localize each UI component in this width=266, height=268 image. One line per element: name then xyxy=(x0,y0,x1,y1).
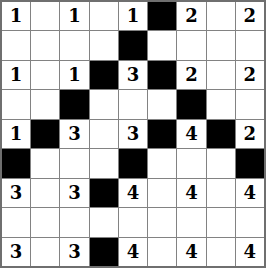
empty-cell-r8c7[interactable] xyxy=(177,208,205,236)
empty-cell-r8c9[interactable] xyxy=(236,208,264,236)
empty-cell-r4c5[interactable] xyxy=(119,90,147,118)
empty-cell-r9c2[interactable] xyxy=(31,238,59,266)
empty-cell-r4c2[interactable] xyxy=(31,90,59,118)
black-cell-r3c4[interactable] xyxy=(90,61,118,89)
clue-cell-r5c7[interactable]: 4 xyxy=(177,120,205,148)
clue-cell-r9c7[interactable]: 4 xyxy=(177,238,205,266)
black-cell-r5c8[interactable] xyxy=(207,120,235,148)
empty-cell-r8c2[interactable] xyxy=(31,208,59,236)
clue-cell-r1c7[interactable]: 2 xyxy=(177,2,205,30)
clue-cell-r5c3[interactable]: 3 xyxy=(60,120,88,148)
clue-cell-r9c9[interactable]: 4 xyxy=(236,238,264,266)
empty-cell-r1c2[interactable] xyxy=(31,2,59,30)
clue-cell-r5c1[interactable]: 1 xyxy=(2,120,30,148)
black-cell-r4c3[interactable] xyxy=(60,90,88,118)
empty-cell-r8c5[interactable] xyxy=(119,208,147,236)
empty-cell-r3c8[interactable] xyxy=(207,61,235,89)
clue-cell-r3c9[interactable]: 2 xyxy=(236,61,264,89)
empty-cell-r2c9[interactable] xyxy=(236,31,264,59)
clue-cell-r1c9[interactable]: 2 xyxy=(236,2,264,30)
empty-cell-r6c3[interactable] xyxy=(60,149,88,177)
empty-cell-r4c9[interactable] xyxy=(236,90,264,118)
clue-cell-r9c5[interactable]: 4 xyxy=(119,238,147,266)
empty-cell-r7c6[interactable] xyxy=(148,179,176,207)
clue-cell-r7c7[interactable]: 4 xyxy=(177,179,205,207)
empty-cell-r2c1[interactable] xyxy=(2,31,30,59)
empty-cell-r2c3[interactable] xyxy=(60,31,88,59)
empty-cell-r8c1[interactable] xyxy=(2,208,30,236)
black-cell-r1c6[interactable] xyxy=(148,2,176,30)
clue-cell-r1c1[interactable]: 1 xyxy=(2,2,30,30)
empty-cell-r4c8[interactable] xyxy=(207,90,235,118)
black-cell-r6c1[interactable] xyxy=(2,149,30,177)
empty-cell-r4c4[interactable] xyxy=(90,90,118,118)
clue-cell-r5c9[interactable]: 2 xyxy=(236,120,264,148)
black-cell-r9c4[interactable] xyxy=(90,238,118,266)
empty-cell-r8c8[interactable] xyxy=(207,208,235,236)
black-cell-r5c6[interactable] xyxy=(148,120,176,148)
clue-cell-r3c7[interactable]: 2 xyxy=(177,61,205,89)
empty-cell-r6c6[interactable] xyxy=(148,149,176,177)
puzzle-board: 1112211322133423344433444 xyxy=(0,0,266,268)
empty-cell-r6c2[interactable] xyxy=(31,149,59,177)
empty-cell-r7c8[interactable] xyxy=(207,179,235,207)
empty-cell-r6c4[interactable] xyxy=(90,149,118,177)
empty-cell-r8c3[interactable] xyxy=(60,208,88,236)
empty-cell-r5c4[interactable] xyxy=(90,120,118,148)
empty-cell-r3c2[interactable] xyxy=(31,61,59,89)
clue-cell-r5c5[interactable]: 3 xyxy=(119,120,147,148)
clue-cell-r3c1[interactable]: 1 xyxy=(2,61,30,89)
empty-cell-r1c4[interactable] xyxy=(90,2,118,30)
black-cell-r4c7[interactable] xyxy=(177,90,205,118)
empty-cell-r8c6[interactable] xyxy=(148,208,176,236)
empty-cell-r2c7[interactable] xyxy=(177,31,205,59)
clue-cell-r3c3[interactable]: 1 xyxy=(60,61,88,89)
empty-cell-r4c6[interactable] xyxy=(148,90,176,118)
empty-cell-r6c8[interactable] xyxy=(207,149,235,177)
empty-cell-r2c8[interactable] xyxy=(207,31,235,59)
black-cell-r6c5[interactable] xyxy=(119,149,147,177)
clue-cell-r1c3[interactable]: 1 xyxy=(60,2,88,30)
empty-cell-r8c4[interactable] xyxy=(90,208,118,236)
empty-cell-r9c6[interactable] xyxy=(148,238,176,266)
clue-cell-r9c1[interactable]: 3 xyxy=(2,238,30,266)
clue-cell-r7c1[interactable]: 3 xyxy=(2,179,30,207)
empty-cell-r2c6[interactable] xyxy=(148,31,176,59)
empty-cell-r7c2[interactable] xyxy=(31,179,59,207)
black-cell-r6c9[interactable] xyxy=(236,149,264,177)
black-cell-r5c2[interactable] xyxy=(31,120,59,148)
clue-cell-r3c5[interactable]: 3 xyxy=(119,61,147,89)
empty-cell-r4c1[interactable] xyxy=(2,90,30,118)
empty-cell-r6c7[interactable] xyxy=(177,149,205,177)
black-cell-r3c6[interactable] xyxy=(148,61,176,89)
clue-cell-r7c3[interactable]: 3 xyxy=(60,179,88,207)
empty-cell-r1c8[interactable] xyxy=(207,2,235,30)
clue-cell-r9c3[interactable]: 3 xyxy=(60,238,88,266)
black-cell-r7c4[interactable] xyxy=(90,179,118,207)
empty-cell-r2c2[interactable] xyxy=(31,31,59,59)
empty-cell-r9c8[interactable] xyxy=(207,238,235,266)
clue-cell-r7c9[interactable]: 4 xyxy=(236,179,264,207)
clue-cell-r7c5[interactable]: 4 xyxy=(119,179,147,207)
black-cell-r2c5[interactable] xyxy=(119,31,147,59)
clue-cell-r1c5[interactable]: 1 xyxy=(119,2,147,30)
empty-cell-r2c4[interactable] xyxy=(90,31,118,59)
